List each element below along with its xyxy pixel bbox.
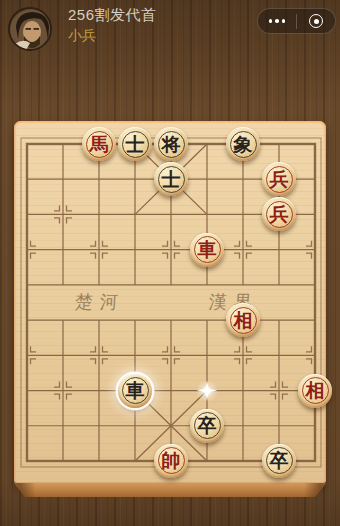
piece-black-general[interactable]: 将	[154, 127, 188, 161]
piece-red-elephant[interactable]: 相	[298, 374, 332, 408]
pieces-layer: 馬士将象士兵兵車相車相卒帥卒	[0, 0, 340, 526]
piece-red-general[interactable]: 帥	[154, 444, 188, 478]
piece-red-horse[interactable]: 馬	[82, 127, 116, 161]
piece-red-soldier[interactable]: 兵	[262, 197, 296, 231]
piece-red-elephant[interactable]: 相	[226, 303, 260, 337]
piece-black-chariot[interactable]: 車	[118, 374, 152, 408]
piece-red-soldier[interactable]: 兵	[262, 162, 296, 196]
piece-black-soldier[interactable]: 卒	[262, 444, 296, 478]
piece-black-soldier[interactable]: 卒	[190, 409, 224, 443]
last-move-star	[194, 378, 220, 404]
piece-black-elephant[interactable]: 象	[226, 127, 260, 161]
xiangqi-app-screen: { "game": "xiangqi", "header": { "title"…	[0, 0, 340, 526]
piece-black-advisor[interactable]: 士	[154, 162, 188, 196]
piece-black-advisor[interactable]: 士	[118, 127, 152, 161]
piece-red-chariot[interactable]: 車	[190, 233, 224, 267]
